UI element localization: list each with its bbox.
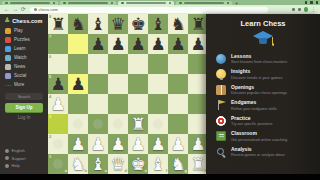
sidebar-item-label: Watch (14, 55, 27, 60)
ghost-dot (153, 119, 163, 129)
white-knight: ♞ (168, 154, 188, 174)
social-icon (5, 73, 11, 79)
tab-title-bar (184, 2, 225, 4)
learn-item-label: Analysis (231, 147, 285, 153)
learn-item-lessons[interactable]: LessonsStart lessons from chess masters (206, 51, 320, 67)
square-f3[interactable] (148, 114, 168, 134)
classroom-icon (216, 131, 226, 141)
tab-close-icon[interactable] (53, 2, 55, 4)
square-d4[interactable] (108, 94, 128, 114)
tab-close-icon[interactable] (111, 2, 113, 4)
learn-item-label: Openings (231, 85, 287, 91)
footer-item-label: Help (12, 163, 20, 168)
padlock-icon (34, 8, 37, 11)
square-b6[interactable] (68, 54, 88, 74)
square-b1[interactable]: b♞ (68, 154, 88, 174)
tab-title-bar (68, 2, 109, 4)
log-in-label: Log In (18, 115, 31, 120)
insights-icon (216, 69, 226, 79)
openings-icon (216, 85, 226, 95)
close-icon[interactable] (316, 1, 319, 4)
learn-item-description: Try out specific positions (231, 122, 272, 126)
square-f6[interactable] (148, 54, 168, 74)
chesscom-page: ♟ Chess.com PlayPuzzlesLearnWatchNewsSoc… (0, 14, 320, 174)
rank-label: 8 (49, 15, 51, 19)
learn-item-texts: InsightsDiscover trends in your games (231, 69, 282, 80)
white-knight: ♞ (68, 154, 88, 174)
square-d3[interactable] (108, 114, 128, 134)
sign-up-label: Sign Up (16, 105, 33, 110)
sidebar-item-watch[interactable]: Watch (0, 53, 48, 62)
screen: + ← → ⟳ chess.com ⋮ (0, 0, 320, 180)
black-pawn: ♟ (108, 34, 128, 54)
black-knight: ♞ (168, 14, 188, 34)
square-f5[interactable] (148, 74, 168, 94)
letterbox-bar (0, 174, 320, 180)
back-icon[interactable]: ← (4, 5, 10, 14)
square-e4[interactable] (128, 94, 148, 114)
headset-icon (5, 156, 9, 160)
rank-label: 6 (49, 55, 51, 59)
black-pawn: ♟ (88, 34, 108, 54)
footer-item-help[interactable]: Help (5, 163, 48, 168)
play-icon (5, 28, 11, 34)
square-e8[interactable]: ♚ (128, 14, 148, 34)
white-pawn: ♟ (168, 134, 188, 154)
square-a5[interactable]: 5♟ (48, 74, 68, 94)
file-label: e (145, 169, 147, 173)
square-c5[interactable] (88, 74, 108, 94)
learn-item-analysis[interactable]: AnalysisReview games or analyze ideas (206, 144, 320, 160)
footer-item-label: English (12, 148, 25, 153)
square-b4[interactable] (68, 94, 88, 114)
learn-item-label: Lessons (231, 54, 287, 60)
square-h7[interactable]: ♟ (188, 34, 208, 54)
sidebar-item-label: More (14, 82, 24, 87)
square-c8[interactable]: ♝ (88, 14, 108, 34)
square-c2[interactable]: ♟ (88, 134, 108, 154)
learn-item-classroom[interactable]: ClassroomGet personalized online coachin… (206, 129, 320, 145)
square-c3[interactable] (88, 114, 108, 134)
square-e3[interactable]: ♜ (128, 114, 148, 134)
browser-menu-icon[interactable]: ⋮ (311, 5, 316, 14)
square-g8[interactable]: ♞ (168, 14, 188, 34)
square-h2[interactable]: ♟ (188, 134, 208, 154)
forward-icon[interactable]: → (13, 5, 19, 14)
ghost-dot (73, 119, 83, 129)
sidebar-item-puzzles[interactable]: Puzzles (0, 35, 48, 44)
learn-panel: Learn Chess LessonsStart lessons from ch… (206, 14, 320, 174)
square-h3[interactable] (188, 114, 208, 134)
file-label: c (105, 169, 107, 173)
square-g7[interactable]: ♟ (168, 34, 188, 54)
square-h5[interactable] (188, 74, 208, 94)
tab-title-bar (126, 2, 167, 4)
learn-item-texts: AnalysisReview games or analyze ideas (231, 147, 285, 158)
rank-label: 5 (49, 75, 51, 79)
square-e6[interactable] (128, 54, 148, 74)
file-label: b (85, 169, 87, 173)
white-pawn: ♟ (188, 134, 208, 154)
sidebar-item-label: Play (14, 28, 23, 33)
file-label: g (185, 169, 187, 173)
white-pawn: ♟ (108, 134, 128, 154)
black-pawn: ♟ (68, 74, 88, 94)
square-a8[interactable]: 8♜ (48, 14, 68, 34)
browser-toolbar: ← → ⟳ chess.com ⋮ (0, 5, 320, 14)
log-in-button[interactable]: Log In (5, 114, 43, 120)
footer-item-support[interactable]: Support (5, 156, 48, 161)
learn-item-endgames[interactable]: EndgamesRefine your endgame skills (206, 98, 320, 114)
learn-item-label: Insights (231, 69, 282, 75)
tab-close-icon[interactable] (227, 2, 229, 4)
ghost-dot (53, 159, 63, 169)
file-label: d (125, 169, 127, 173)
watch-icon (5, 55, 11, 61)
minimize-icon[interactable] (305, 1, 308, 4)
tab-close-icon[interactable] (169, 2, 171, 4)
square-d6[interactable] (108, 54, 128, 74)
rank-label: 2 (49, 135, 51, 139)
profile-avatar[interactable] (304, 7, 309, 12)
white-pawn: ♟ (128, 134, 148, 154)
black-pawn: ♟ (48, 74, 68, 94)
logo-pawn-icon: ♟ (4, 17, 10, 24)
learn-item-description: Review games or analyze ideas (231, 153, 285, 157)
learn-item-label: Classroom (231, 131, 287, 137)
chess-board: 8♜♞♝♛♚♝♞♜7♟♟♟♟♟♟65♟♟4♟3♜2♟♟♟♟♟♟♟1ab♞c♝d♛… (48, 14, 208, 174)
search-input[interactable]: Search (5, 93, 43, 100)
square-f2[interactable]: ♟ (148, 134, 168, 154)
white-bishop: ♝ (148, 154, 168, 174)
graduation-cap-icon (251, 31, 275, 47)
square-f7[interactable]: ♟ (148, 34, 168, 54)
square-h8[interactable]: ♜ (188, 14, 208, 34)
file-label: f (166, 169, 167, 173)
sidebar-item-learn[interactable]: Learn (0, 44, 48, 53)
white-pawn: ♟ (68, 134, 88, 154)
white-pawn: ♟ (48, 94, 68, 114)
reload-icon[interactable]: ⟳ (21, 5, 26, 14)
square-b7[interactable] (68, 34, 88, 54)
footer-item-label: Support (12, 156, 26, 161)
rank-label: 1 (49, 155, 51, 159)
learn-item-description: Discover popular chess openings (231, 91, 287, 95)
learn-item-insights[interactable]: InsightsDiscover trends in your games (206, 67, 320, 83)
square-g1[interactable]: g♞ (168, 154, 188, 174)
black-knight: ♞ (68, 14, 88, 34)
square-a7[interactable]: 7 (48, 34, 68, 54)
white-king: ♚ (128, 154, 148, 174)
sidebar-item-play[interactable]: Play (0, 26, 48, 35)
square-g3[interactable] (168, 114, 188, 134)
white-queen: ♛ (108, 154, 128, 174)
square-c7[interactable]: ♟ (88, 34, 108, 54)
learn-item-texts: LessonsStart lessons from chess masters (231, 54, 287, 65)
square-b3[interactable] (68, 114, 88, 134)
square-e1[interactable]: e♚ (128, 154, 148, 174)
black-queen: ♛ (108, 14, 128, 34)
maximize-icon[interactable] (310, 1, 313, 4)
black-king: ♚ (128, 14, 148, 34)
square-f1[interactable]: f♝ (148, 154, 168, 174)
puzzles-icon (5, 37, 11, 43)
square-b8[interactable]: ♞ (68, 14, 88, 34)
sidebar-footer: EnglishSupportHelp (0, 148, 48, 174)
learn-item-texts: PracticeTry out specific positions (231, 116, 272, 127)
analysis-icon (216, 147, 226, 157)
learn-item-description: Discover trends in your games (231, 76, 282, 80)
sidebar-item-label: Puzzles (14, 37, 30, 42)
square-h4[interactable] (188, 94, 208, 114)
black-pawn: ♟ (188, 34, 208, 54)
globe-icon (5, 149, 9, 153)
learn-item-texts: OpeningsDiscover popular chess openings (231, 85, 287, 96)
footer-item-english[interactable]: English (5, 148, 48, 153)
search-placeholder: Search (18, 94, 31, 99)
logo-text: Chess.com (12, 18, 42, 24)
square-f8[interactable]: ♝ (148, 14, 168, 34)
square-a3[interactable]: 3 (48, 114, 68, 134)
chesscom-logo[interactable]: ♟ Chess.com (0, 14, 48, 26)
white-rook: ♜ (128, 114, 148, 134)
learn-icon (5, 46, 11, 52)
black-rook: ♜ (48, 14, 68, 34)
learn-item-description: Get personalized online coaching (231, 138, 287, 142)
square-a4[interactable]: 4♟ (48, 94, 68, 114)
learn-item-label: Endgames (231, 100, 277, 106)
news-icon (5, 64, 11, 70)
tab-favicon (121, 2, 124, 5)
square-g5[interactable] (168, 74, 188, 94)
file-label: a (65, 169, 67, 173)
learn-item-texts: ClassroomGet personalized online coachin… (231, 131, 287, 142)
white-pawn: ♟ (88, 134, 108, 154)
tab-favicon (5, 2, 8, 5)
extension-icon[interactable] (292, 8, 295, 11)
ghost-dot (53, 139, 63, 149)
square-d8[interactable]: ♛ (108, 14, 128, 34)
rank-label: 7 (49, 35, 51, 39)
learn-item-description: Refine your endgame skills (231, 107, 277, 111)
square-g4[interactable] (168, 94, 188, 114)
ghost-dot (93, 119, 103, 129)
white-bishop: ♝ (88, 154, 108, 174)
square-h1[interactable]: h♜ (188, 154, 208, 174)
black-pawn: ♟ (168, 34, 188, 54)
address-bar[interactable]: chess.com (30, 7, 268, 13)
sign-up-button[interactable]: Sign Up (5, 103, 43, 112)
white-pawn: ♟ (148, 134, 168, 154)
sidebar-item-label: Learn (14, 46, 26, 51)
learn-item-openings[interactable]: OpeningsDiscover popular chess openings (206, 82, 320, 98)
square-d5[interactable] (108, 74, 128, 94)
black-pawn: ♟ (148, 34, 168, 54)
square-g2[interactable]: ♟ (168, 134, 188, 154)
tab-favicon (179, 2, 182, 5)
square-c1[interactable]: c♝ (88, 154, 108, 174)
square-e7[interactable]: ♟ (128, 34, 148, 54)
tab-title-bar (10, 2, 51, 4)
square-a6[interactable]: 6 (48, 54, 68, 74)
address-text: chess.com (39, 7, 58, 13)
black-bishop: ♝ (88, 14, 108, 34)
square-d2[interactable]: ♟ (108, 134, 128, 154)
lessons-icon (216, 54, 226, 64)
square-h6[interactable] (188, 54, 208, 74)
black-bishop: ♝ (148, 14, 168, 34)
square-e5[interactable] (128, 74, 148, 94)
rank-label: 3 (49, 115, 51, 119)
white-rook: ♜ (188, 154, 208, 174)
bookmark-icon[interactable] (298, 8, 301, 11)
learn-item-texts: EndgamesRefine your endgame skills (231, 100, 277, 111)
square-g6[interactable] (168, 54, 188, 74)
square-f4[interactable] (148, 94, 168, 114)
square-b2[interactable]: ♟ (68, 134, 88, 154)
question-icon (5, 164, 9, 168)
square-a2[interactable]: 2 (48, 134, 68, 154)
sidebar-item-social[interactable]: Social (0, 71, 48, 80)
learn-item-label: Practice (231, 116, 272, 122)
ghost-dot (113, 119, 123, 129)
sidebar-item-more[interactable]: ⋯More (0, 80, 48, 89)
square-c6[interactable] (88, 54, 108, 74)
sidebar-item-news[interactable]: News (0, 62, 48, 71)
more-icon: ⋯ (5, 82, 11, 88)
square-e2[interactable]: ♟ (128, 134, 148, 154)
learn-item-description: Start lessons from chess masters (231, 60, 287, 64)
learn-item-practice[interactable]: PracticeTry out specific positions (206, 113, 320, 129)
square-a1[interactable]: 1a (48, 154, 68, 174)
rank-label: 4 (49, 95, 51, 99)
sidebar: ♟ Chess.com PlayPuzzlesLearnWatchNewsSoc… (0, 14, 48, 174)
panel-title: Learn Chess (206, 19, 320, 28)
sidebar-item-label: Social (14, 73, 26, 78)
square-d1[interactable]: d♛ (108, 154, 128, 174)
square-d7[interactable]: ♟ (108, 34, 128, 54)
practice-icon (216, 116, 226, 126)
learn-menu: LessonsStart lessons from chess mastersI… (206, 51, 320, 160)
sidebar-nav: PlayPuzzlesLearnWatchNewsSocial⋯More (0, 26, 48, 89)
browser-chrome: + ← → ⟳ chess.com ⋮ (0, 0, 320, 14)
square-b5[interactable]: ♟ (68, 74, 88, 94)
tab-favicon (63, 2, 66, 5)
black-rook: ♜ (188, 14, 208, 34)
sidebar-item-label: News (14, 64, 25, 69)
black-pawn: ♟ (128, 34, 148, 54)
square-c4[interactable] (88, 94, 108, 114)
endgames-icon (216, 100, 226, 110)
